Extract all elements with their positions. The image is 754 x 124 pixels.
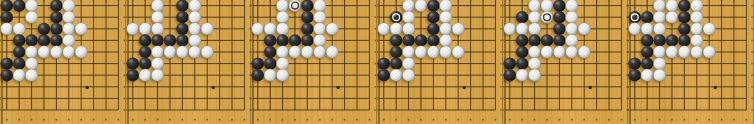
black-stone <box>13 0 25 12</box>
black-stone <box>176 34 188 46</box>
black-stone <box>264 34 276 46</box>
black-stone <box>679 11 691 23</box>
black-stone <box>553 23 565 35</box>
black-stone <box>390 34 402 46</box>
black-stone <box>1 0 13 12</box>
black-stone <box>13 46 25 58</box>
black-stone <box>390 11 402 23</box>
black-stone <box>553 0 565 12</box>
black-stone <box>541 34 553 46</box>
star-point <box>85 86 88 89</box>
black-stone <box>629 69 641 81</box>
black-stone <box>1 11 13 23</box>
board-graphic-6 <box>628 0 754 124</box>
black-stone <box>264 57 276 69</box>
black-stone <box>252 57 264 69</box>
black-stone <box>1 69 13 81</box>
black-stone <box>641 34 653 46</box>
star-point <box>462 86 465 89</box>
black-stone <box>139 57 151 69</box>
board-graphic-2 <box>126 0 252 124</box>
black-stone <box>679 0 691 12</box>
black-stone <box>289 34 301 46</box>
black-stone <box>252 69 264 81</box>
go-board-diagram-5 <box>503 0 629 124</box>
board-graphic-3 <box>251 0 377 124</box>
go-board-diagram-3 <box>251 0 377 124</box>
go-board-diagram-1 <box>0 0 126 124</box>
black-stone <box>151 34 163 46</box>
black-stone <box>427 0 439 12</box>
star-point <box>211 86 214 89</box>
board-graphic-5 <box>503 0 629 124</box>
black-stone <box>553 11 565 23</box>
board-graphic-1 <box>0 0 126 124</box>
black-stone <box>641 57 653 69</box>
go-board-diagram-2 <box>126 0 252 124</box>
black-stone <box>176 0 188 12</box>
black-stone <box>50 34 62 46</box>
black-stone <box>679 34 691 46</box>
black-stone <box>50 0 62 12</box>
black-stone <box>415 34 427 46</box>
black-stone <box>302 23 314 35</box>
black-stone <box>378 69 390 81</box>
black-stone <box>503 57 515 69</box>
go-board-diagram-4 <box>377 0 503 124</box>
black-stone <box>277 34 289 46</box>
black-stone <box>503 69 515 81</box>
black-stone <box>553 34 565 46</box>
star-point <box>714 86 717 89</box>
black-stone <box>654 34 666 46</box>
black-stone <box>126 69 138 81</box>
black-stone <box>390 57 402 69</box>
black-stone <box>302 0 314 12</box>
black-stone <box>516 57 528 69</box>
black-stone <box>378 57 390 69</box>
black-stone <box>629 57 641 69</box>
black-stone <box>427 11 439 23</box>
black-stone <box>390 46 402 58</box>
black-stone <box>679 23 691 35</box>
black-stone <box>50 23 62 35</box>
black-stone <box>516 11 528 23</box>
black-stone <box>641 11 653 23</box>
star-point <box>588 86 591 89</box>
black-stone <box>1 57 13 69</box>
black-stone <box>528 34 540 46</box>
black-stone <box>516 46 528 58</box>
black-stone <box>38 34 50 46</box>
black-stone <box>139 34 151 46</box>
black-stone <box>666 34 678 46</box>
black-stone <box>402 34 414 46</box>
black-stone <box>302 11 314 23</box>
black-stone <box>176 23 188 35</box>
black-stone <box>427 23 439 35</box>
black-stone <box>641 46 653 58</box>
star-point <box>337 86 340 89</box>
black-stone <box>164 34 176 46</box>
black-stone <box>427 34 439 46</box>
black-stone <box>629 11 641 23</box>
black-stone <box>38 23 50 35</box>
board-graphic-4 <box>377 0 503 124</box>
black-stone <box>264 46 276 58</box>
black-stone <box>13 57 25 69</box>
go-board-diagram-6 <box>628 0 754 124</box>
black-stone <box>13 34 25 46</box>
black-stone <box>302 34 314 46</box>
black-stone <box>176 11 188 23</box>
black-stone <box>126 57 138 69</box>
black-stone <box>139 46 151 58</box>
black-stone <box>50 11 62 23</box>
black-stone <box>516 34 528 46</box>
go-diagram-strip <box>0 0 754 124</box>
black-stone <box>25 34 37 46</box>
